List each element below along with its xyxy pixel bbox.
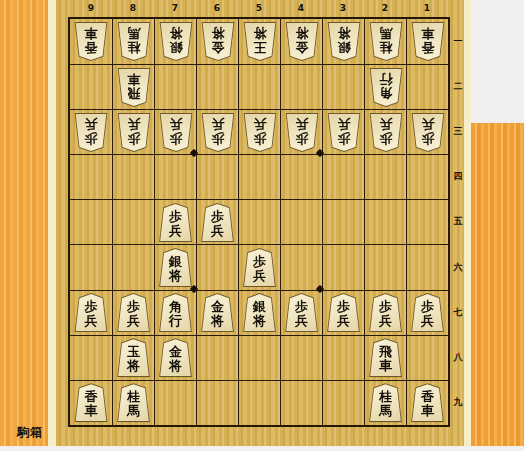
piece-face: 金将	[202, 294, 234, 331]
board-cell-8三[interactable]: 歩兵	[112, 109, 154, 154]
shogi-piece-香車-gote[interactable]: 香車	[411, 22, 445, 61]
board-cell-6一[interactable]: 金将	[196, 19, 238, 64]
shogi-piece-香車-gote[interactable]: 香車	[74, 22, 108, 61]
shogi-piece-香車-sente[interactable]: 香車	[411, 383, 445, 422]
board-cell-3三[interactable]: 歩兵	[322, 109, 364, 154]
piece-face: 金将	[286, 23, 318, 60]
board-cell-7一[interactable]: 銀将	[154, 19, 196, 64]
board-cell-6四[interactable]	[196, 154, 238, 199]
board-cell-4三[interactable]: 歩兵	[280, 109, 322, 154]
shogi-piece-歩兵-gote[interactable]: 歩兵	[327, 113, 361, 152]
piece-face: 歩兵	[75, 294, 107, 331]
board-cell-1四[interactable]	[406, 154, 448, 199]
shogi-piece-金将-gote[interactable]: 金将	[201, 22, 235, 61]
shogi-piece-歩兵-sente[interactable]: 歩兵	[327, 293, 361, 332]
board-cell-5五[interactable]	[238, 199, 280, 244]
board-cell-1六[interactable]	[406, 244, 448, 289]
file-label-4: 4	[280, 1, 322, 15]
board-cell-1七[interactable]: 歩兵	[406, 290, 448, 335]
shogi-piece-歩兵-sente[interactable]: 歩兵	[243, 248, 277, 287]
shogi-piece-歩兵-sente[interactable]: 歩兵	[411, 293, 445, 332]
board-cell-5九[interactable]	[238, 380, 280, 425]
board-cell-7四[interactable]	[154, 154, 196, 199]
board-cell-3四[interactable]	[322, 154, 364, 199]
board-cell-2三[interactable]: 歩兵	[364, 109, 406, 154]
board-cell-3一[interactable]: 銀将	[322, 19, 364, 64]
piece-face: 歩兵	[286, 114, 318, 151]
board-cell-8七[interactable]: 歩兵	[112, 290, 154, 335]
board-cell-8六[interactable]	[112, 244, 154, 289]
board-cell-7八[interactable]: 金将	[154, 335, 196, 380]
board-cell-9三[interactable]: 歩兵	[70, 109, 112, 154]
shogi-piece-歩兵-sente[interactable]: 歩兵	[74, 293, 108, 332]
file-label-1: 1	[406, 1, 448, 15]
shogi-piece-玉将-sente[interactable]: 玉将	[117, 338, 151, 377]
board-cell-7二[interactable]	[154, 64, 196, 109]
piece-face: 金将	[202, 23, 234, 60]
piece-face: 香車	[75, 23, 107, 60]
piece-face: 歩兵	[286, 294, 318, 331]
shogi-piece-桂馬-sente[interactable]: 桂馬	[369, 383, 403, 422]
board-cell-6七[interactable]: 金将	[196, 290, 238, 335]
board-cell-7五[interactable]: 歩兵	[154, 199, 196, 244]
shogi-piece-歩兵-sente[interactable]: 歩兵	[369, 293, 403, 332]
piece-face: 銀将	[160, 249, 192, 286]
board-cell-2七[interactable]: 歩兵	[364, 290, 406, 335]
board-cell-4四[interactable]	[280, 154, 322, 199]
board-cell-5四[interactable]	[238, 154, 280, 199]
board-cell-2五[interactable]	[364, 199, 406, 244]
shogi-piece-桂馬-gote[interactable]: 桂馬	[117, 22, 151, 61]
board-cell-9八[interactable]	[70, 335, 112, 380]
shogi-piece-桂馬-gote[interactable]: 桂馬	[369, 22, 403, 61]
piece-box-panel	[0, 0, 48, 446]
shogi-piece-歩兵-gote[interactable]: 歩兵	[243, 113, 277, 152]
shogi-piece-飛車-sente[interactable]: 飛車	[369, 338, 403, 377]
shogi-piece-歩兵-gote[interactable]: 歩兵	[285, 113, 319, 152]
board-cell-2九[interactable]: 桂馬	[364, 380, 406, 425]
board-cell-5六[interactable]: 歩兵	[238, 244, 280, 289]
board-cell-8一[interactable]: 桂馬	[112, 19, 154, 64]
board-cell-2一[interactable]: 桂馬	[364, 19, 406, 64]
board-cell-6八[interactable]	[196, 335, 238, 380]
piece-face: 銀将	[244, 294, 276, 331]
shogi-piece-歩兵-gote[interactable]: 歩兵	[159, 113, 193, 152]
board-cell-6九[interactable]	[196, 380, 238, 425]
shogi-board-grid[interactable]: 香車桂馬銀将金将王将金将銀将桂馬香車飛車角行歩兵歩兵歩兵歩兵歩兵歩兵歩兵歩兵歩兵…	[68, 17, 450, 427]
piece-face: 香車	[412, 23, 444, 60]
side-panel	[471, 123, 524, 446]
file-label-2: 2	[364, 1, 406, 15]
shogi-piece-角行-gote[interactable]: 角行	[369, 68, 403, 107]
board-cell-2八[interactable]: 飛車	[364, 335, 406, 380]
board-cell-2四[interactable]	[364, 154, 406, 199]
board-cell-3二[interactable]	[322, 64, 364, 109]
file-label-3: 3	[322, 1, 364, 15]
piece-face: 歩兵	[75, 114, 107, 151]
piece-face: 歩兵	[118, 114, 150, 151]
board-cell-9四[interactable]	[70, 154, 112, 199]
board-cell-6二[interactable]	[196, 64, 238, 109]
piece-face: 歩兵	[328, 114, 360, 151]
shogi-piece-歩兵-gote[interactable]: 歩兵	[201, 113, 235, 152]
shogi-piece-銀将-gote[interactable]: 銀将	[327, 22, 361, 61]
board-cell-4七[interactable]: 歩兵	[280, 290, 322, 335]
piece-face: 歩兵	[160, 114, 192, 151]
board-cell-4六[interactable]	[280, 244, 322, 289]
shogi-piece-王将-gote[interactable]: 王将	[243, 22, 277, 61]
left-panel-edge	[48, 0, 56, 446]
piece-face: 金将	[160, 339, 192, 376]
piece-box-label: 駒箱	[13, 424, 47, 441]
piece-face: 玉将	[118, 339, 150, 376]
shogi-piece-金将-gote[interactable]: 金将	[285, 22, 319, 61]
shogi-board-panel: 987654321 一二三四五六七八九 香車桂馬銀将金将王将金将銀将桂馬香車飛車…	[56, 0, 464, 446]
board-cell-7七[interactable]: 角行	[154, 290, 196, 335]
file-label-5: 5	[238, 1, 280, 15]
board-cell-6六[interactable]	[196, 244, 238, 289]
board-cell-8二[interactable]: 飛車	[112, 64, 154, 109]
board-cell-4一[interactable]: 金将	[280, 19, 322, 64]
piece-face: 歩兵	[244, 249, 276, 286]
piece-face: 歩兵	[328, 294, 360, 331]
board-cell-5八[interactable]	[238, 335, 280, 380]
shogi-piece-香車-sente[interactable]: 香車	[74, 383, 108, 422]
board-cell-8八[interactable]: 玉将	[112, 335, 154, 380]
piece-face: 角行	[160, 294, 192, 331]
piece-face: 歩兵	[370, 294, 402, 331]
board-cell-7三[interactable]: 歩兵	[154, 109, 196, 154]
board-cell-4九[interactable]	[280, 380, 322, 425]
board-cell-1三[interactable]: 歩兵	[406, 109, 448, 154]
board-cell-3八[interactable]	[322, 335, 364, 380]
file-labels: 987654321	[70, 1, 448, 15]
shogi-piece-歩兵-sente[interactable]: 歩兵	[201, 203, 235, 242]
board-cell-4八[interactable]	[280, 335, 322, 380]
shogi-piece-歩兵-sente[interactable]: 歩兵	[117, 293, 151, 332]
board-cell-6五[interactable]: 歩兵	[196, 199, 238, 244]
shogi-piece-歩兵-gote[interactable]: 歩兵	[411, 113, 445, 152]
piece-face: 歩兵	[160, 204, 192, 241]
piece-face: 歩兵	[244, 114, 276, 151]
board-cell-4二[interactable]	[280, 64, 322, 109]
piece-face: 香車	[75, 384, 107, 421]
board-cell-8四[interactable]	[112, 154, 154, 199]
shogi-piece-歩兵-gote[interactable]: 歩兵	[369, 113, 403, 152]
shogi-piece-歩兵-sente[interactable]: 歩兵	[285, 293, 319, 332]
board-cell-2六[interactable]	[364, 244, 406, 289]
board-cell-3五[interactable]	[322, 199, 364, 244]
board-cell-4五[interactable]	[280, 199, 322, 244]
file-label-6: 6	[196, 1, 238, 15]
board-cell-6三[interactable]: 歩兵	[196, 109, 238, 154]
shogi-piece-銀将-sente[interactable]: 銀将	[243, 293, 277, 332]
piece-face: 歩兵	[202, 204, 234, 241]
board-cell-9五[interactable]	[70, 199, 112, 244]
shogi-piece-歩兵-gote[interactable]: 歩兵	[74, 113, 108, 152]
piece-face: 桂馬	[370, 384, 402, 421]
board-cell-9一[interactable]: 香車	[70, 19, 112, 64]
board-cell-3六[interactable]	[322, 244, 364, 289]
piece-face: 飛車	[370, 339, 402, 376]
board-cell-5二[interactable]	[238, 64, 280, 109]
file-label-7: 7	[154, 1, 196, 15]
shogi-piece-歩兵-gote[interactable]: 歩兵	[117, 113, 151, 152]
shogi-piece-銀将-sente[interactable]: 銀将	[159, 248, 193, 287]
board-cell-5三[interactable]: 歩兵	[238, 109, 280, 154]
board-cell-1八[interactable]	[406, 335, 448, 380]
board-cell-2二[interactable]: 角行	[364, 64, 406, 109]
shogi-piece-歩兵-sente[interactable]: 歩兵	[159, 203, 193, 242]
board-cell-3九[interactable]	[322, 380, 364, 425]
shogi-piece-金将-sente[interactable]: 金将	[159, 338, 193, 377]
board-cell-1一[interactable]: 香車	[406, 19, 448, 64]
shogi-piece-桂馬-sente[interactable]: 桂馬	[117, 383, 151, 422]
shogi-piece-飛車-gote[interactable]: 飛車	[117, 68, 151, 107]
board-cell-1五[interactable]	[406, 199, 448, 244]
board-cell-7九[interactable]	[154, 380, 196, 425]
piece-face: 香車	[412, 384, 444, 421]
board-cell-1二[interactable]	[406, 64, 448, 109]
shogi-piece-角行-sente[interactable]: 角行	[159, 293, 193, 332]
piece-face: 歩兵	[412, 114, 444, 151]
shogi-piece-銀将-gote[interactable]: 銀将	[159, 22, 193, 61]
board-cell-3七[interactable]: 歩兵	[322, 290, 364, 335]
shogi-piece-金将-sente[interactable]: 金将	[201, 293, 235, 332]
board-cell-5七[interactable]: 銀将	[238, 290, 280, 335]
piece-face: 飛車	[118, 69, 150, 106]
right-panel-edge	[464, 0, 471, 446]
piece-face: 桂馬	[118, 384, 150, 421]
board-cell-9九[interactable]: 香車	[70, 380, 112, 425]
file-label-8: 8	[112, 1, 154, 15]
piece-face: 歩兵	[202, 114, 234, 151]
board-cell-7六[interactable]: 銀将	[154, 244, 196, 289]
piece-face: 王将	[244, 23, 276, 60]
piece-face: 歩兵	[412, 294, 444, 331]
piece-face: 歩兵	[370, 114, 402, 151]
board-cell-1九[interactable]: 香車	[406, 380, 448, 425]
piece-face: 桂馬	[370, 23, 402, 60]
board-cell-8五[interactable]	[112, 199, 154, 244]
piece-face: 角行	[370, 69, 402, 106]
piece-face: 桂馬	[118, 23, 150, 60]
board-cell-8九[interactable]: 桂馬	[112, 380, 154, 425]
piece-face: 銀将	[160, 23, 192, 60]
board-cell-9二[interactable]	[70, 64, 112, 109]
board-cell-9六[interactable]	[70, 244, 112, 289]
board-cell-9七[interactable]: 歩兵	[70, 290, 112, 335]
board-cell-5一[interactable]: 王将	[238, 19, 280, 64]
file-label-9: 9	[70, 1, 112, 15]
piece-face: 銀将	[328, 23, 360, 60]
piece-face: 歩兵	[118, 294, 150, 331]
